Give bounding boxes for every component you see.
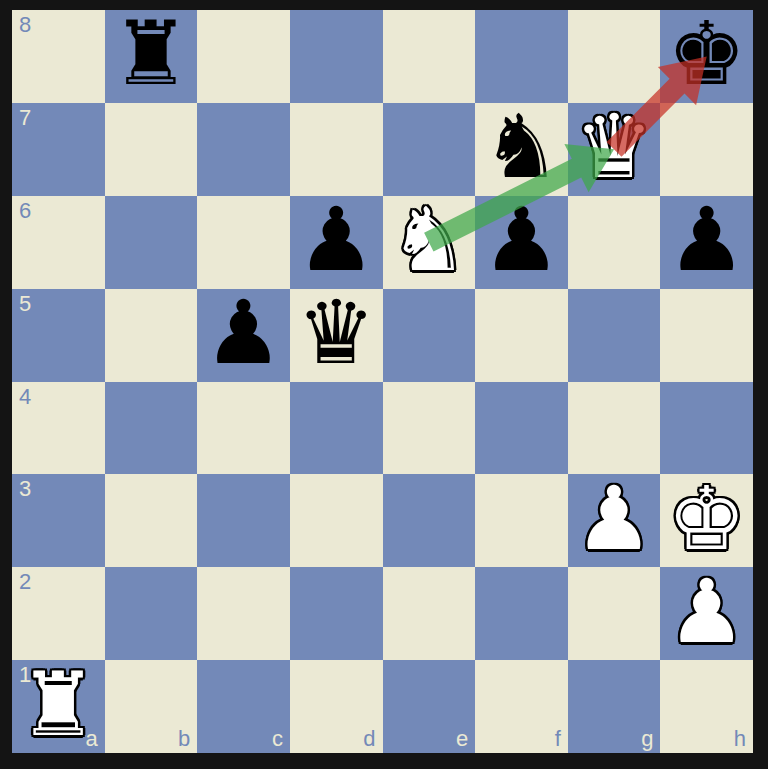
square-h8[interactable]: ♚ [660,10,753,103]
square-f8[interactable] [475,10,568,103]
piece-black-rook-b8[interactable]: ♜ [111,10,190,98]
rank-label-8: 8 [19,14,31,36]
square-g6[interactable] [568,196,661,289]
square-c6[interactable] [197,196,290,289]
square-a6[interactable]: 6 [12,196,105,289]
square-c1[interactable]: c [197,660,290,753]
file-label-b: b [178,728,190,750]
square-h3[interactable]: ♚ [660,474,753,567]
square-c7[interactable] [197,103,290,196]
square-c4[interactable] [197,382,290,475]
square-a5[interactable]: 5 [12,289,105,382]
square-e2[interactable] [383,567,476,660]
square-c2[interactable] [197,567,290,660]
square-e5[interactable] [383,289,476,382]
square-e4[interactable] [383,382,476,475]
rank-label-6: 6 [19,200,31,222]
square-e6[interactable]: ♞ [383,196,476,289]
piece-black-king-h8[interactable]: ♚ [667,10,746,98]
square-g4[interactable] [568,382,661,475]
square-a2[interactable]: 2 [12,567,105,660]
square-a7[interactable]: 7 [12,103,105,196]
square-e3[interactable] [383,474,476,567]
square-d2[interactable] [290,567,383,660]
rank-label-5: 5 [19,293,31,315]
square-g8[interactable] [568,10,661,103]
file-label-e: e [456,728,468,750]
rank-label-4: 4 [19,386,31,408]
square-e7[interactable] [383,103,476,196]
square-a4[interactable]: 4 [12,382,105,475]
square-b4[interactable] [105,382,198,475]
piece-black-queen-d5[interactable]: ♛ [297,289,376,377]
square-d5[interactable]: ♛ [290,289,383,382]
square-h2[interactable]: ♟ [660,567,753,660]
square-b5[interactable] [105,289,198,382]
square-d4[interactable] [290,382,383,475]
square-c5[interactable]: ♟ [197,289,290,382]
square-d3[interactable] [290,474,383,567]
square-h1[interactable]: h [660,660,753,753]
file-label-d: d [363,728,375,750]
piece-white-pawn-g3[interactable]: ♟ [575,475,654,563]
square-h4[interactable] [660,382,753,475]
rank-label-2: 2 [19,571,31,593]
file-label-h: h [734,728,746,750]
file-label-c: c [272,728,283,750]
square-g7[interactable]: ♛ [568,103,661,196]
square-f4[interactable] [475,382,568,475]
rank-label-7: 7 [19,107,31,129]
square-d7[interactable] [290,103,383,196]
square-f7[interactable]: ♞ [475,103,568,196]
piece-black-knight-f7[interactable]: ♞ [482,103,561,191]
square-c3[interactable] [197,474,290,567]
square-f3[interactable] [475,474,568,567]
square-a1[interactable]: 1a♜ [12,660,105,753]
square-g2[interactable] [568,567,661,660]
square-f6[interactable]: ♟ [475,196,568,289]
piece-white-king-h3[interactable]: ♚ [667,475,746,563]
square-g3[interactable]: ♟ [568,474,661,567]
square-b1[interactable]: b [105,660,198,753]
square-d8[interactable] [290,10,383,103]
square-c8[interactable] [197,10,290,103]
square-b2[interactable] [105,567,198,660]
piece-white-pawn-h2[interactable]: ♟ [667,568,746,656]
square-f2[interactable] [475,567,568,660]
rank-label-3: 3 [19,478,31,500]
square-g5[interactable] [568,289,661,382]
square-g1[interactable]: g [568,660,661,753]
chess-board: 8♜♚7♞♛6♟♞♟♟5♟♛43♟♚2♟1a♜bcdefgh [12,10,753,753]
square-h6[interactable]: ♟ [660,196,753,289]
square-a3[interactable]: 3 [12,474,105,567]
piece-black-pawn-d6[interactable]: ♟ [297,196,376,284]
square-e8[interactable] [383,10,476,103]
square-b6[interactable] [105,196,198,289]
piece-black-pawn-c5[interactable]: ♟ [204,289,283,377]
piece-black-pawn-h6[interactable]: ♟ [667,196,746,284]
square-h5[interactable] [660,289,753,382]
piece-white-queen-g7[interactable]: ♛ [575,103,654,191]
square-f1[interactable]: f [475,660,568,753]
square-b7[interactable] [105,103,198,196]
file-label-g: g [641,728,653,750]
square-a8[interactable]: 8 [12,10,105,103]
file-label-f: f [555,728,561,750]
square-e1[interactable]: e [383,660,476,753]
piece-white-knight-e6[interactable]: ♞ [389,196,468,284]
square-b3[interactable] [105,474,198,567]
square-d6[interactable]: ♟ [290,196,383,289]
piece-black-pawn-f6[interactable]: ♟ [482,196,561,284]
square-h7[interactable] [660,103,753,196]
square-b8[interactable]: ♜ [105,10,198,103]
piece-white-rook-a1[interactable]: ♜ [19,661,98,749]
square-d1[interactable]: d [290,660,383,753]
square-f5[interactable] [475,289,568,382]
